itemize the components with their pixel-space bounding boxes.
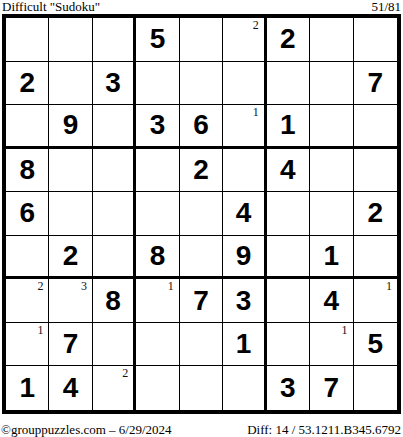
sudoku-cell-r8c9[interactable]: 5 xyxy=(354,323,397,367)
sudoku-cell-r1c1[interactable] xyxy=(6,18,49,62)
sudoku-cell-r1c8[interactable] xyxy=(310,18,353,62)
sudoku-cell-r4c2[interactable] xyxy=(49,149,92,193)
sudoku-cell-r3c5[interactable]: 6 xyxy=(180,105,223,149)
sudoku-cell-r8c3[interactable] xyxy=(93,323,136,367)
given-digit: 9 xyxy=(63,111,79,139)
sudoku-cell-r1c4[interactable]: 5 xyxy=(136,18,179,62)
sudoku-cell-r8c4[interactable] xyxy=(136,323,179,367)
header: Difficult "Sudoku" 51/81 xyxy=(0,0,403,14)
sudoku-cell-r3c1[interactable] xyxy=(6,105,49,149)
sudoku-cell-r2c1[interactable]: 2 xyxy=(6,62,49,106)
given-digit: 4 xyxy=(280,156,296,184)
sudoku-cell-r9c4[interactable] xyxy=(136,366,179,410)
sudoku-cell-r6c8[interactable]: 1 xyxy=(310,236,353,280)
given-digit: 2 xyxy=(63,242,79,270)
sudoku-cell-r4c8[interactable] xyxy=(310,149,353,193)
sudoku-cell-r6c2[interactable]: 2 xyxy=(49,236,92,280)
sudoku-cell-r4c7[interactable]: 4 xyxy=(267,149,310,193)
given-digit: 8 xyxy=(150,242,166,270)
sudoku-cell-r4c6[interactable] xyxy=(223,149,266,193)
sudoku-cell-r8c2[interactable]: 7 xyxy=(49,323,92,367)
pencil-mark: 1 xyxy=(342,324,348,336)
given-digit: 5 xyxy=(367,330,383,358)
sudoku-cell-r1c7[interactable]: 2 xyxy=(267,18,310,62)
pencil-mark: 1 xyxy=(253,106,259,118)
sudoku-cell-r8c6[interactable]: 1 xyxy=(223,323,266,367)
sudoku-cell-r6c6[interactable]: 9 xyxy=(223,236,266,280)
sudoku-cell-r6c3[interactable] xyxy=(93,236,136,280)
sudoku-cell-r7c4[interactable]: 1 xyxy=(136,279,179,323)
given-digit: 8 xyxy=(105,287,121,315)
sudoku-cell-r2c3[interactable]: 3 xyxy=(93,62,136,106)
sudoku-cell-r9c8[interactable]: 7 xyxy=(310,366,353,410)
sudoku-cell-r1c5[interactable] xyxy=(180,18,223,62)
sudoku-cell-r9c5[interactable] xyxy=(180,366,223,410)
sudoku-cell-r6c1[interactable] xyxy=(6,236,49,280)
sudoku-cell-r5c6[interactable]: 4 xyxy=(223,192,266,236)
pencil-mark: 3 xyxy=(81,280,87,292)
given-digit: 9 xyxy=(236,242,252,270)
sudoku-cell-r4c9[interactable] xyxy=(354,149,397,193)
given-digit: 1 xyxy=(236,330,252,358)
puzzle-title: Difficult "Sudoku" xyxy=(2,0,100,14)
sudoku-cell-r6c9[interactable] xyxy=(354,236,397,280)
pencil-mark: 1 xyxy=(37,324,43,336)
sudoku-cell-r3c3[interactable] xyxy=(93,105,136,149)
cell-counter: 51/81 xyxy=(371,0,401,14)
sudoku-cell-r8c5[interactable] xyxy=(180,323,223,367)
given-digit: 3 xyxy=(105,69,121,97)
sudoku-board: 522237936118246422891238173411711514237 xyxy=(2,14,401,414)
sudoku-cell-r4c4[interactable] xyxy=(136,149,179,193)
sudoku-cell-r5c4[interactable] xyxy=(136,192,179,236)
sudoku-cell-r7c6[interactable]: 3 xyxy=(223,279,266,323)
pencil-mark: 1 xyxy=(168,280,174,292)
sudoku-cell-r1c6[interactable]: 2 xyxy=(223,18,266,62)
sudoku-cell-r4c1[interactable]: 8 xyxy=(6,149,49,193)
sudoku-cell-r9c2[interactable]: 4 xyxy=(49,366,92,410)
sudoku-cell-r5c8[interactable] xyxy=(310,192,353,236)
given-digit: 2 xyxy=(19,69,35,97)
sudoku-cell-r5c1[interactable]: 6 xyxy=(6,192,49,236)
sudoku-cell-r4c5[interactable]: 2 xyxy=(180,149,223,193)
sudoku-cell-r7c5[interactable]: 7 xyxy=(180,279,223,323)
given-digit: 7 xyxy=(367,69,383,97)
sudoku-cell-r9c3[interactable]: 2 xyxy=(93,366,136,410)
footer: ©grouppuzzles.com – 6/29/2024 Diff: 14 /… xyxy=(0,414,403,437)
sudoku-cell-r6c7[interactable] xyxy=(267,236,310,280)
sudoku-cell-r8c1[interactable]: 1 xyxy=(6,323,49,367)
sudoku-cell-r3c4[interactable]: 3 xyxy=(136,105,179,149)
sudoku-cell-r2c9[interactable]: 7 xyxy=(354,62,397,106)
sudoku-cell-r7c9[interactable]: 1 xyxy=(354,279,397,323)
pencil-mark: 2 xyxy=(37,280,43,292)
given-digit: 7 xyxy=(324,374,340,402)
sudoku-cell-r5c9[interactable]: 2 xyxy=(354,192,397,236)
sudoku-cell-r3c8[interactable] xyxy=(310,105,353,149)
difficulty-code: Diff: 14 / 53.1211.B345.6792 xyxy=(247,423,401,437)
sudoku-cell-r1c9[interactable] xyxy=(354,18,397,62)
sudoku-cell-r4c3[interactable] xyxy=(93,149,136,193)
given-digit: 3 xyxy=(280,374,296,402)
given-digit: 7 xyxy=(193,287,209,315)
given-digit: 4 xyxy=(324,287,340,315)
sudoku-cell-r7c1[interactable]: 2 xyxy=(6,279,49,323)
given-digit: 8 xyxy=(19,156,35,184)
sudoku-cell-r5c3[interactable] xyxy=(93,192,136,236)
sudoku-cell-r2c6[interactable] xyxy=(223,62,266,106)
sudoku-cell-r1c3[interactable] xyxy=(93,18,136,62)
given-digit: 2 xyxy=(367,199,383,227)
sudoku-cell-r9c6[interactable] xyxy=(223,366,266,410)
sudoku-cell-r2c8[interactable] xyxy=(310,62,353,106)
sudoku-cell-r3c9[interactable] xyxy=(354,105,397,149)
given-digit: 3 xyxy=(236,287,252,315)
sudoku-cell-r8c7[interactable] xyxy=(267,323,310,367)
given-digit: 6 xyxy=(19,199,35,227)
copyright-text: ©grouppuzzles.com – 6/29/2024 xyxy=(1,423,172,437)
pencil-mark: 1 xyxy=(386,280,392,292)
given-digit: 7 xyxy=(63,330,79,358)
sudoku-cell-r3c6[interactable]: 1 xyxy=(223,105,266,149)
given-digit: 3 xyxy=(150,111,166,139)
sudoku-cell-r7c3[interactable]: 8 xyxy=(93,279,136,323)
pencil-mark: 2 xyxy=(122,367,128,379)
sudoku-cell-r6c4[interactable]: 8 xyxy=(136,236,179,280)
sudoku-cell-r2c7[interactable] xyxy=(267,62,310,106)
sudoku-cell-r7c7[interactable] xyxy=(267,279,310,323)
given-digit: 1 xyxy=(19,374,35,402)
sudoku-cell-r2c2[interactable] xyxy=(49,62,92,106)
sudoku-cell-r9c7[interactable]: 3 xyxy=(267,366,310,410)
sudoku-cell-r2c4[interactable] xyxy=(136,62,179,106)
sudoku-cell-r2c5[interactable] xyxy=(180,62,223,106)
given-digit: 2 xyxy=(193,156,209,184)
given-digit: 4 xyxy=(63,374,79,402)
given-digit: 1 xyxy=(324,242,340,270)
sudoku-cell-r9c1[interactable]: 1 xyxy=(6,366,49,410)
sudoku-cell-r8c8[interactable]: 1 xyxy=(310,323,353,367)
sudoku-cell-r3c2[interactable]: 9 xyxy=(49,105,92,149)
sudoku-cell-r5c2[interactable] xyxy=(49,192,92,236)
given-digit: 2 xyxy=(280,25,296,53)
sudoku-cell-r3c7[interactable]: 1 xyxy=(267,105,310,149)
sudoku-cell-r7c8[interactable]: 4 xyxy=(310,279,353,323)
pencil-mark: 2 xyxy=(253,19,259,31)
sudoku-cell-r7c2[interactable]: 3 xyxy=(49,279,92,323)
sudoku-cell-r5c5[interactable] xyxy=(180,192,223,236)
given-digit: 4 xyxy=(236,199,252,227)
given-digit: 6 xyxy=(193,111,209,139)
sudoku-cell-r9c9[interactable] xyxy=(354,366,397,410)
sudoku-cell-r6c5[interactable] xyxy=(180,236,223,280)
given-digit: 1 xyxy=(280,111,296,139)
sudoku-cell-r1c2[interactable] xyxy=(49,18,92,62)
sudoku-cell-r5c7[interactable] xyxy=(267,192,310,236)
given-digit: 5 xyxy=(150,25,166,53)
